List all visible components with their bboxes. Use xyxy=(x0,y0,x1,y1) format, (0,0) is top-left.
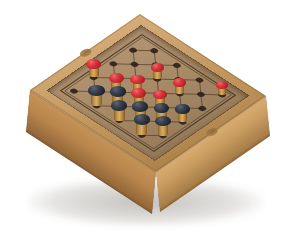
black-peg-cap xyxy=(155,116,171,127)
red-peg-cap xyxy=(131,88,146,98)
black-peg-cap xyxy=(132,101,148,112)
black-peg-cap xyxy=(175,104,189,114)
black-peg-cap xyxy=(88,85,104,96)
red-peg-cap xyxy=(151,63,164,72)
red-peg-cap xyxy=(109,73,124,83)
red-peg-cap xyxy=(86,59,101,69)
red-peg-cap xyxy=(153,90,167,100)
board-hole[interactable] xyxy=(196,91,207,98)
board-hole[interactable] xyxy=(129,61,140,68)
red-peg-cap xyxy=(130,75,144,85)
board-hole[interactable] xyxy=(69,88,80,95)
red-peg[interactable] xyxy=(86,59,101,78)
board-hole[interactable] xyxy=(128,47,139,54)
red-peg[interactable] xyxy=(151,63,164,79)
black-peg-cap xyxy=(111,100,127,111)
board-hole[interactable] xyxy=(108,60,119,67)
board-hole[interactable] xyxy=(172,62,183,69)
red-peg[interactable] xyxy=(173,78,186,94)
product-photo-stage xyxy=(0,0,287,240)
black-peg-cap xyxy=(134,114,150,125)
board-hole[interactable] xyxy=(194,77,205,84)
black-peg[interactable] xyxy=(155,116,171,136)
black-peg[interactable] xyxy=(134,114,150,135)
black-peg[interactable] xyxy=(111,100,127,121)
black-peg[interactable] xyxy=(88,85,104,106)
black-peg[interactable] xyxy=(175,104,189,122)
finger-notch-left xyxy=(78,47,94,58)
red-peg-cap xyxy=(173,78,186,87)
black-peg-cap xyxy=(110,86,126,97)
board-hole[interactable] xyxy=(149,47,160,54)
black-peg-cap xyxy=(154,103,169,113)
board-hole[interactable] xyxy=(197,105,208,112)
red-peg[interactable] xyxy=(216,81,228,95)
red-peg-cap xyxy=(216,81,228,89)
